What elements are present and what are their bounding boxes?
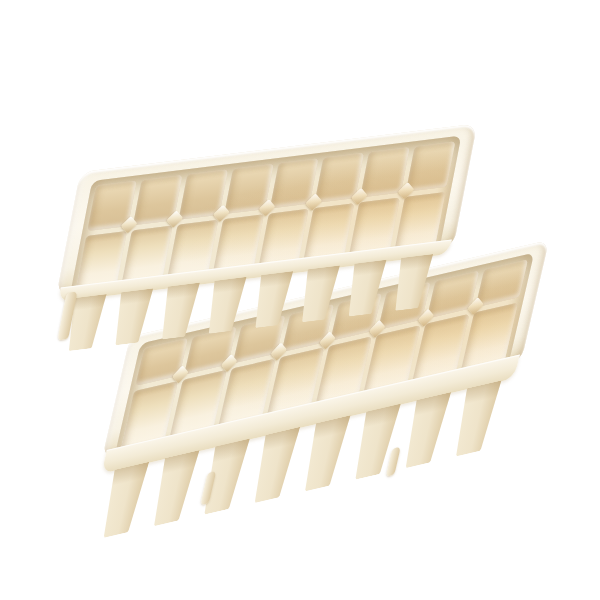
ice-cavity (406, 141, 455, 191)
cube-foot (299, 415, 352, 493)
cube-foot (343, 259, 388, 317)
cube-foot (148, 450, 201, 528)
cube-foot (296, 265, 341, 323)
cube-foot (248, 426, 301, 504)
product-photo (0, 0, 600, 600)
cube-foot (249, 271, 294, 329)
cube-foot (389, 254, 434, 312)
cube-foot (450, 380, 503, 458)
ice-cavity (476, 259, 528, 307)
cube-foot (97, 461, 150, 539)
cube-foot (203, 277, 248, 335)
cube-foot (109, 288, 154, 346)
cube-foot (399, 392, 452, 470)
cube-foot (156, 282, 201, 340)
